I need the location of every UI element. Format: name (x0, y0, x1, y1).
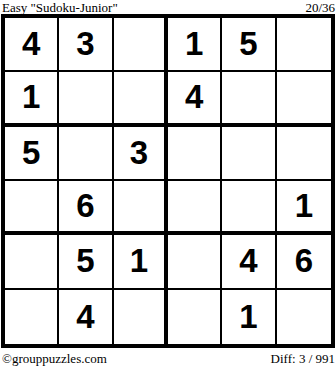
cell-r3c3-given: 3 (114, 127, 168, 181)
cell-r3c2-empty[interactable] (59, 127, 113, 181)
cell-r3c5-empty[interactable] (222, 127, 276, 181)
cell-r1c2-given: 3 (59, 18, 113, 72)
cell-r1c6-empty[interactable] (277, 18, 331, 72)
cell-r5c3-given: 1 (114, 235, 168, 289)
cell-r6c5-given: 1 (222, 290, 276, 344)
cell-r5c2-given: 5 (59, 235, 113, 289)
cell-r4c2-given: 6 (59, 181, 113, 235)
cell-r5c4-empty[interactable] (168, 235, 222, 289)
cell-r1c1-given: 4 (5, 18, 59, 72)
cell-r4c3-empty[interactable] (114, 181, 168, 235)
sudoku-grid: 4315145361514641 (1, 14, 335, 348)
page-footer: ©grouppuzzles.com Diff: 3 / 991 (0, 348, 336, 366)
cell-r4c4-empty[interactable] (168, 181, 222, 235)
cell-r4c1-empty[interactable] (5, 181, 59, 235)
cell-r3c4-empty[interactable] (168, 127, 222, 181)
cell-r2c5-empty[interactable] (222, 72, 276, 126)
cell-r1c3-empty[interactable] (114, 18, 168, 72)
cell-r3c6-empty[interactable] (277, 127, 331, 181)
cell-r5c6-given: 6 (277, 235, 331, 289)
cell-r1c4-given: 1 (168, 18, 222, 72)
cell-r4c5-empty[interactable] (222, 181, 276, 235)
cell-r2c3-empty[interactable] (114, 72, 168, 126)
cell-r2c4-given: 4 (168, 72, 222, 126)
cell-r6c1-empty[interactable] (5, 290, 59, 344)
cell-r4c6-given: 1 (277, 181, 331, 235)
puzzle-title: Easy "Sudoku-Junior" (2, 1, 118, 14)
cell-r2c2-empty[interactable] (59, 72, 113, 126)
cell-r6c4-empty[interactable] (168, 290, 222, 344)
copyright-text: ©grouppuzzles.com (2, 352, 107, 366)
cell-r5c1-empty[interactable] (5, 235, 59, 289)
cell-r1c5-given: 5 (222, 18, 276, 72)
cell-r5c5-given: 4 (222, 235, 276, 289)
difficulty-text: Diff: 3 / 991 (271, 352, 335, 366)
page-header: Easy "Sudoku-Junior" 20/36 (0, 0, 336, 14)
progress-counter: 20/36 (305, 1, 335, 14)
cell-r6c2-given: 4 (59, 290, 113, 344)
cell-r6c3-empty[interactable] (114, 290, 168, 344)
cell-r6c6-empty[interactable] (277, 290, 331, 344)
cell-r2c1-given: 1 (5, 72, 59, 126)
cell-r3c1-given: 5 (5, 127, 59, 181)
cell-r2c6-empty[interactable] (277, 72, 331, 126)
